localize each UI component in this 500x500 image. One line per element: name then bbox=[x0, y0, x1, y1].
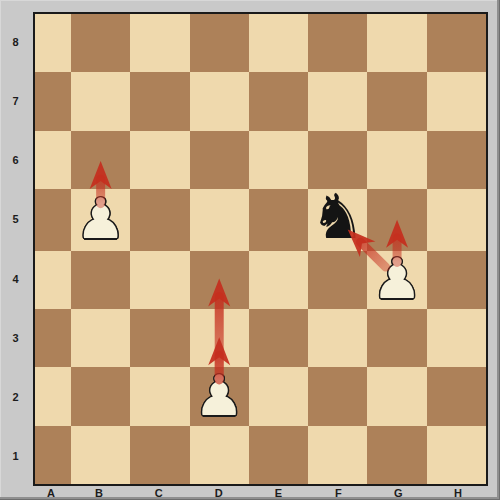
file-label-e: E bbox=[249, 486, 309, 500]
square-c2[interactable] bbox=[130, 367, 189, 425]
square-c8[interactable] bbox=[130, 14, 189, 72]
square-b8[interactable] bbox=[71, 14, 130, 72]
square-b6[interactable] bbox=[71, 131, 130, 189]
rank-label-1: 1 bbox=[0, 427, 31, 486]
file-label-f: F bbox=[308, 486, 368, 500]
rank-label-4: 4 bbox=[0, 249, 31, 308]
chess-board[interactable]: ♟♞♟♟ bbox=[33, 12, 488, 486]
rank-label-2: 2 bbox=[0, 368, 31, 427]
square-h3[interactable] bbox=[427, 309, 486, 367]
file-labels: ABCDEFGH bbox=[33, 486, 488, 500]
square-e7[interactable] bbox=[249, 72, 308, 130]
square-c4[interactable] bbox=[130, 251, 189, 309]
square-c1[interactable] bbox=[130, 426, 189, 484]
square-f8[interactable] bbox=[308, 14, 367, 72]
square-d2[interactable]: ♟ bbox=[190, 367, 249, 425]
square-f2[interactable] bbox=[308, 367, 367, 425]
square-h4[interactable] bbox=[427, 251, 486, 309]
square-e1[interactable] bbox=[249, 426, 308, 484]
square-d1[interactable] bbox=[190, 426, 249, 484]
square-h6[interactable] bbox=[427, 131, 486, 189]
square-b7[interactable] bbox=[71, 72, 130, 130]
square-a7[interactable] bbox=[35, 72, 71, 130]
file-label-h: H bbox=[428, 486, 488, 500]
file-label-g: G bbox=[368, 486, 428, 500]
square-d4[interactable] bbox=[190, 251, 249, 309]
square-g8[interactable] bbox=[367, 14, 426, 72]
file-label-b: B bbox=[69, 486, 129, 500]
square-f5[interactable]: ♞ bbox=[308, 189, 367, 251]
square-e5[interactable] bbox=[249, 189, 308, 251]
square-a2[interactable] bbox=[35, 367, 71, 425]
square-e8[interactable] bbox=[249, 14, 308, 72]
square-e3[interactable] bbox=[249, 309, 308, 367]
square-g6[interactable] bbox=[367, 131, 426, 189]
white-pawn-d2[interactable]: ♟ bbox=[194, 368, 244, 424]
square-h2[interactable] bbox=[427, 367, 486, 425]
square-c3[interactable] bbox=[130, 309, 189, 367]
square-b2[interactable] bbox=[71, 367, 130, 425]
square-e2[interactable] bbox=[249, 367, 308, 425]
rank-label-3: 3 bbox=[0, 308, 31, 367]
square-b1[interactable] bbox=[71, 426, 130, 484]
square-a1[interactable] bbox=[35, 426, 71, 484]
square-d6[interactable] bbox=[190, 131, 249, 189]
square-a4[interactable] bbox=[35, 251, 71, 309]
rank-labels: 87654321 bbox=[0, 12, 31, 486]
file-label-a: A bbox=[33, 486, 69, 500]
square-a6[interactable] bbox=[35, 131, 71, 189]
square-a3[interactable] bbox=[35, 309, 71, 367]
rank-label-5: 5 bbox=[0, 190, 31, 249]
square-e4[interactable] bbox=[249, 251, 308, 309]
square-b3[interactable] bbox=[71, 309, 130, 367]
square-g4[interactable]: ♟ bbox=[367, 251, 426, 309]
rank-label-6: 6 bbox=[0, 131, 31, 190]
black-knight-f5[interactable]: ♞ bbox=[310, 186, 366, 248]
square-f4[interactable] bbox=[308, 251, 367, 309]
white-pawn-g4[interactable]: ♟ bbox=[372, 251, 422, 307]
square-h1[interactable] bbox=[427, 426, 486, 484]
square-f7[interactable] bbox=[308, 72, 367, 130]
square-d7[interactable] bbox=[190, 72, 249, 130]
square-e6[interactable] bbox=[249, 131, 308, 189]
board-frame: 87654321 ♟♞♟♟ ABCDEFGH bbox=[0, 0, 500, 500]
rank-label-8: 8 bbox=[0, 12, 31, 71]
square-g5[interactable] bbox=[367, 189, 426, 251]
square-f3[interactable] bbox=[308, 309, 367, 367]
square-a8[interactable] bbox=[35, 14, 71, 72]
square-h8[interactable] bbox=[427, 14, 486, 72]
file-label-c: C bbox=[129, 486, 189, 500]
square-g2[interactable] bbox=[367, 367, 426, 425]
square-a5[interactable] bbox=[35, 189, 71, 251]
square-g3[interactable] bbox=[367, 309, 426, 367]
square-d8[interactable] bbox=[190, 14, 249, 72]
white-pawn-b5[interactable]: ♟ bbox=[76, 191, 126, 247]
square-d3[interactable] bbox=[190, 309, 249, 367]
square-h7[interactable] bbox=[427, 72, 486, 130]
square-h5[interactable] bbox=[427, 189, 486, 251]
file-label-d: D bbox=[189, 486, 249, 500]
square-g7[interactable] bbox=[367, 72, 426, 130]
rank-label-7: 7 bbox=[0, 71, 31, 130]
square-b4[interactable] bbox=[71, 251, 130, 309]
square-c6[interactable] bbox=[130, 131, 189, 189]
square-b5[interactable]: ♟ bbox=[71, 189, 130, 251]
square-c7[interactable] bbox=[130, 72, 189, 130]
square-g1[interactable] bbox=[367, 426, 426, 484]
square-c5[interactable] bbox=[130, 189, 189, 251]
square-d5[interactable] bbox=[190, 189, 249, 251]
square-f1[interactable] bbox=[308, 426, 367, 484]
